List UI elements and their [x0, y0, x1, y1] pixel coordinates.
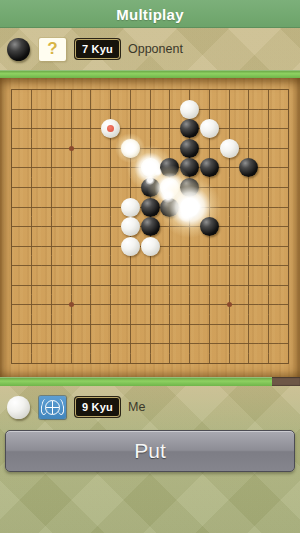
white-stone — [180, 198, 199, 217]
board-cell[interactable] — [121, 139, 141, 159]
board-cell[interactable] — [259, 315, 279, 335]
board-cell[interactable] — [2, 197, 22, 217]
board-cell[interactable] — [259, 197, 279, 217]
board-cell[interactable] — [22, 119, 42, 139]
board-cell[interactable] — [22, 354, 42, 374]
board-cell[interactable] — [81, 354, 101, 374]
star-point — [69, 302, 74, 307]
board-cell[interactable] — [219, 139, 239, 159]
board-cell[interactable] — [42, 178, 62, 198]
board-cell[interactable] — [219, 354, 239, 374]
white-stone — [141, 237, 160, 256]
board-cell[interactable] — [22, 275, 42, 295]
page-title: Multiplay — [116, 6, 184, 23]
board-cell[interactable] — [22, 217, 42, 237]
board-cell[interactable] — [279, 354, 299, 374]
board-cell[interactable] — [160, 236, 180, 256]
board-cell[interactable] — [2, 354, 22, 374]
board-cell[interactable] — [219, 80, 239, 100]
board-cell[interactable] — [2, 139, 22, 159]
board-cell[interactable] — [2, 334, 22, 354]
black-stone — [141, 178, 160, 197]
black-stone — [160, 198, 179, 217]
board-cell[interactable] — [101, 217, 121, 237]
board-cell[interactable] — [239, 178, 259, 198]
board-cell[interactable] — [180, 295, 200, 315]
board-cell[interactable] — [22, 197, 42, 217]
board-cell[interactable] — [101, 295, 121, 315]
board-cell[interactable] — [81, 119, 101, 139]
board-cell[interactable] — [101, 80, 121, 100]
board-cell[interactable] — [2, 178, 22, 198]
board-cell[interactable] — [259, 119, 279, 139]
board-cell[interactable] — [279, 119, 299, 139]
board-cell[interactable] — [61, 119, 81, 139]
board-cell[interactable] — [160, 315, 180, 335]
board-cell[interactable] — [160, 119, 180, 139]
board-cell[interactable] — [81, 315, 101, 335]
white-stone — [180, 100, 199, 119]
board-cell[interactable] — [160, 275, 180, 295]
app-screen: Multiplay ? 7 Kyu Opponent 9 Kyu Me Put — [0, 0, 300, 533]
board-cell[interactable] — [279, 295, 299, 315]
board-cell[interactable] — [101, 139, 121, 159]
board-cell[interactable] — [160, 295, 180, 315]
board-cell[interactable] — [81, 275, 101, 295]
board-cell[interactable] — [101, 334, 121, 354]
star-point — [227, 302, 232, 307]
board-cell[interactable] — [279, 80, 299, 100]
question-mark-icon: ? — [47, 39, 57, 59]
board-cell[interactable] — [160, 256, 180, 276]
board-cell[interactable] — [219, 100, 239, 120]
white-stone — [200, 119, 219, 138]
board-cell[interactable] — [121, 354, 141, 374]
board-cell[interactable] — [140, 197, 160, 217]
board-cell[interactable] — [180, 197, 200, 217]
board-cell[interactable] — [81, 178, 101, 198]
opponent-stone-avatar — [7, 38, 30, 61]
board-cell[interactable] — [2, 119, 22, 139]
black-stone — [200, 158, 219, 177]
board-cell[interactable] — [101, 119, 121, 139]
black-stone — [239, 158, 258, 177]
board-cell[interactable] — [219, 334, 239, 354]
board-cell[interactable] — [2, 100, 22, 120]
board-cell[interactable] — [200, 275, 220, 295]
board-cell[interactable] — [61, 256, 81, 276]
board-cell[interactable] — [61, 315, 81, 335]
board-cell[interactable] — [239, 80, 259, 100]
board-cell[interactable] — [180, 236, 200, 256]
board-cell[interactable] — [140, 256, 160, 276]
board-cell[interactable] — [101, 354, 121, 374]
board-cell[interactable] — [279, 217, 299, 237]
black-stone — [141, 198, 160, 217]
black-stone — [180, 178, 199, 197]
board-cell[interactable] — [239, 275, 259, 295]
board-cell[interactable] — [121, 100, 141, 120]
board-cell[interactable] — [61, 100, 81, 120]
board-cell[interactable] — [180, 158, 200, 178]
board-cell[interactable] — [121, 178, 141, 198]
board-cell[interactable] — [42, 275, 62, 295]
white-stone — [141, 158, 160, 177]
my-name: Me — [128, 400, 145, 414]
last-move-marker — [107, 125, 114, 132]
board-cell[interactable] — [259, 256, 279, 276]
board-cell[interactable] — [279, 139, 299, 159]
board-grid — [2, 80, 298, 373]
board-cell[interactable] — [22, 139, 42, 159]
board-cell[interactable] — [2, 315, 22, 335]
board-cell[interactable] — [239, 295, 259, 315]
board-cell[interactable] — [180, 217, 200, 237]
board-cell[interactable] — [42, 139, 62, 159]
board-cell[interactable] — [61, 354, 81, 374]
white-stone — [121, 198, 140, 217]
board-cell[interactable] — [61, 178, 81, 198]
opponent-rank-badge: 7 Kyu — [75, 39, 120, 59]
board-cell[interactable] — [42, 315, 62, 335]
board-cell[interactable] — [81, 256, 101, 276]
board-cell[interactable] — [239, 354, 259, 374]
board-cell[interactable] — [2, 158, 22, 178]
white-stone — [220, 139, 239, 158]
board-cell[interactable] — [2, 275, 22, 295]
board-cell[interactable] — [22, 100, 42, 120]
my-row: 9 Kyu Me — [0, 386, 300, 428]
board-cell[interactable] — [200, 315, 220, 335]
board-cell[interactable] — [2, 217, 22, 237]
board-cell[interactable] — [42, 334, 62, 354]
board-cell[interactable] — [160, 158, 180, 178]
board-cell[interactable] — [140, 236, 160, 256]
board-cell[interactable] — [121, 315, 141, 335]
board-cell[interactable] — [180, 315, 200, 335]
board-cell[interactable] — [259, 334, 279, 354]
board-cell[interactable] — [180, 256, 200, 276]
board-cell[interactable] — [121, 197, 141, 217]
board-cell[interactable] — [81, 139, 101, 159]
board-cell[interactable] — [200, 80, 220, 100]
board-cell[interactable] — [22, 295, 42, 315]
board-cell[interactable] — [81, 334, 101, 354]
board-cell[interactable] — [219, 295, 239, 315]
board-cell[interactable] — [180, 354, 200, 374]
board-cell[interactable] — [140, 80, 160, 100]
board-cell[interactable] — [259, 295, 279, 315]
board-cell[interactable] — [140, 315, 160, 335]
black-stone — [180, 158, 199, 177]
board-cell[interactable] — [140, 275, 160, 295]
board-cell[interactable] — [279, 275, 299, 295]
opponent-timer-fill — [0, 70, 300, 78]
board-cell[interactable] — [42, 295, 62, 315]
board-cell[interactable] — [219, 197, 239, 217]
board-cell[interactable] — [180, 80, 200, 100]
board-cell[interactable] — [200, 334, 220, 354]
board-cell[interactable] — [81, 80, 101, 100]
board-cell[interactable] — [42, 158, 62, 178]
board-cell[interactable] — [279, 256, 299, 276]
put-button-label: Put — [134, 439, 166, 463]
board-cell[interactable] — [200, 256, 220, 276]
opponent-timer-bar — [0, 70, 300, 78]
board-cell[interactable] — [61, 80, 81, 100]
board-cell[interactable] — [219, 256, 239, 276]
black-stone — [160, 158, 179, 177]
board-cell[interactable] — [239, 119, 259, 139]
board-cell[interactable] — [259, 100, 279, 120]
my-rank-badge: 9 Kyu — [75, 397, 120, 417]
board-cell[interactable] — [42, 119, 62, 139]
board-cell[interactable] — [219, 236, 239, 256]
opponent-name: Opponent — [128, 42, 183, 56]
board-cell[interactable] — [101, 315, 121, 335]
board-cell[interactable] — [140, 217, 160, 237]
board-cell[interactable] — [160, 217, 180, 237]
white-stone — [121, 217, 140, 236]
board-cell[interactable] — [121, 217, 141, 237]
my-stone-avatar — [7, 396, 30, 419]
board-cell[interactable] — [121, 256, 141, 276]
board-cell[interactable] — [259, 178, 279, 198]
board-cell[interactable] — [121, 236, 141, 256]
board-cell[interactable] — [61, 139, 81, 159]
board-cell[interactable] — [160, 197, 180, 217]
board-cell[interactable] — [160, 100, 180, 120]
board-cell[interactable] — [22, 158, 42, 178]
board-cell[interactable] — [180, 119, 200, 139]
board-cell[interactable] — [2, 295, 22, 315]
board-cell[interactable] — [42, 354, 62, 374]
board-cell[interactable] — [2, 256, 22, 276]
board-cell[interactable] — [180, 178, 200, 198]
board-cell[interactable] — [81, 158, 101, 178]
board-cell[interactable] — [81, 100, 101, 120]
board-cell[interactable] — [101, 158, 121, 178]
board-cell[interactable] — [239, 197, 259, 217]
board-cell[interactable] — [2, 80, 22, 100]
title-bar: Multiplay — [0, 0, 300, 28]
board-cell[interactable] — [239, 139, 259, 159]
board-cell[interactable] — [259, 354, 279, 374]
board-cell[interactable] — [121, 275, 141, 295]
board-cell[interactable] — [101, 275, 121, 295]
board-cell[interactable] — [101, 256, 121, 276]
board-cell[interactable] — [121, 119, 141, 139]
board-cell[interactable] — [239, 100, 259, 120]
board-cell[interactable] — [101, 178, 121, 198]
un-globe-emblem — [45, 400, 60, 415]
board-cell[interactable] — [42, 236, 62, 256]
board-cell[interactable] — [42, 217, 62, 237]
board-cell[interactable] — [200, 295, 220, 315]
board-cell[interactable] — [61, 334, 81, 354]
board-cell[interactable] — [22, 80, 42, 100]
white-stone — [101, 119, 120, 138]
board-cell[interactable] — [81, 295, 101, 315]
board-cell[interactable] — [140, 354, 160, 374]
board-cell[interactable] — [121, 80, 141, 100]
board-cell[interactable] — [42, 80, 62, 100]
board-cell[interactable] — [219, 217, 239, 237]
board-cell[interactable] — [180, 275, 200, 295]
board-cell[interactable] — [259, 80, 279, 100]
board-cell[interactable] — [239, 315, 259, 335]
board-cell[interactable] — [180, 139, 200, 159]
board-cell[interactable] — [160, 139, 180, 159]
board-cell[interactable] — [279, 315, 299, 335]
gomoku-board[interactable] — [0, 78, 300, 377]
board-cell[interactable] — [200, 236, 220, 256]
board-cell[interactable] — [200, 197, 220, 217]
board-cell[interactable] — [160, 334, 180, 354]
board-cell[interactable] — [160, 354, 180, 374]
board-cell[interactable] — [279, 334, 299, 354]
my-timer-fill — [0, 377, 272, 386]
board-cell[interactable] — [279, 158, 299, 178]
board-cell[interactable] — [259, 139, 279, 159]
board-cell[interactable] — [61, 158, 81, 178]
board-cell[interactable] — [101, 236, 121, 256]
board-cell[interactable] — [200, 158, 220, 178]
my-timer-bar — [0, 377, 300, 386]
un-flag-icon — [39, 396, 66, 419]
black-stone — [200, 217, 219, 236]
board-cell[interactable] — [61, 275, 81, 295]
board-cell[interactable] — [140, 295, 160, 315]
board-cell[interactable] — [200, 178, 220, 198]
board-cell[interactable] — [160, 80, 180, 100]
board-cell[interactable] — [121, 334, 141, 354]
board-cell[interactable] — [81, 217, 101, 237]
board-cell[interactable] — [200, 119, 220, 139]
board-cell[interactable] — [61, 217, 81, 237]
opponent-flag-unknown: ? — [39, 38, 66, 61]
black-stone — [180, 139, 199, 158]
white-stone — [160, 178, 179, 197]
board-cell[interactable] — [101, 197, 121, 217]
board-cell[interactable] — [219, 119, 239, 139]
opponent-row: ? 7 Kyu Opponent — [0, 28, 300, 70]
board-cell[interactable] — [180, 334, 200, 354]
board-cell[interactable] — [22, 236, 42, 256]
board-cell[interactable] — [81, 236, 101, 256]
black-stone — [180, 119, 199, 138]
star-point — [69, 146, 74, 151]
board-cell[interactable] — [279, 100, 299, 120]
board-cell[interactable] — [239, 217, 259, 237]
white-stone — [121, 139, 140, 158]
board-cell[interactable] — [219, 178, 239, 198]
board-cell[interactable] — [259, 275, 279, 295]
board-cell[interactable] — [121, 158, 141, 178]
board-cell[interactable] — [42, 256, 62, 276]
board-cell[interactable] — [279, 236, 299, 256]
board-cell[interactable] — [219, 275, 239, 295]
board-cell[interactable] — [42, 197, 62, 217]
board-cell[interactable] — [61, 295, 81, 315]
board-cell[interactable] — [200, 100, 220, 120]
board-cell[interactable] — [259, 217, 279, 237]
board-cell[interactable] — [61, 197, 81, 217]
board-cell[interactable] — [219, 158, 239, 178]
black-stone — [141, 217, 160, 236]
board-cell[interactable] — [22, 256, 42, 276]
board-cell[interactable] — [239, 334, 259, 354]
board-cell[interactable] — [121, 295, 141, 315]
board-cell[interactable] — [200, 217, 220, 237]
white-stone — [121, 237, 140, 256]
put-button[interactable]: Put — [5, 430, 295, 472]
board-cell[interactable] — [140, 100, 160, 120]
board-cell[interactable] — [22, 315, 42, 335]
board-cell[interactable] — [200, 139, 220, 159]
board-cell[interactable] — [239, 158, 259, 178]
board-cell[interactable] — [219, 315, 239, 335]
board-cell[interactable] — [42, 100, 62, 120]
board-cell[interactable] — [140, 158, 160, 178]
board-cell[interactable] — [140, 334, 160, 354]
board-cell[interactable] — [22, 178, 42, 198]
board-cell[interactable] — [160, 178, 180, 198]
board-cell[interactable] — [61, 236, 81, 256]
board-cell[interactable] — [140, 119, 160, 139]
board-cell[interactable] — [239, 256, 259, 276]
board-cell[interactable] — [101, 100, 121, 120]
board-cell[interactable] — [279, 197, 299, 217]
board-cell[interactable] — [279, 178, 299, 198]
board-cell[interactable] — [200, 354, 220, 374]
board-cell[interactable] — [259, 236, 279, 256]
board-cell[interactable] — [180, 100, 200, 120]
board-cell[interactable] — [239, 236, 259, 256]
board-cell[interactable] — [22, 334, 42, 354]
board-cell[interactable] — [259, 158, 279, 178]
board-cell[interactable] — [2, 236, 22, 256]
board-cell[interactable] — [81, 197, 101, 217]
board-cell[interactable] — [140, 139, 160, 159]
board-cell[interactable] — [140, 178, 160, 198]
